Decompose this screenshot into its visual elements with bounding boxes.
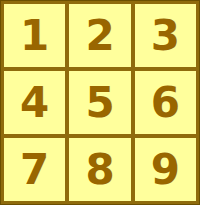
grid-cell-3[interactable]: 3: [135, 4, 196, 67]
grid-cell-2[interactable]: 2: [69, 4, 130, 67]
grid-cell-9[interactable]: 9: [135, 138, 196, 201]
grid-cell-6[interactable]: 6: [135, 71, 196, 134]
number-grid: 1 2 3 4 5 6 7 8 9: [0, 0, 200, 205]
grid-cell-1[interactable]: 1: [4, 4, 65, 67]
grid-cell-5[interactable]: 5: [69, 71, 130, 134]
grid-cell-4[interactable]: 4: [4, 71, 65, 134]
grid-cell-7[interactable]: 7: [4, 138, 65, 201]
grid-cell-8[interactable]: 8: [69, 138, 130, 201]
